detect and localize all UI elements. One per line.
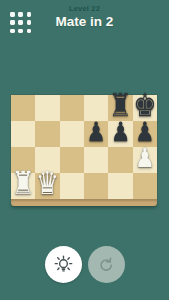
lightbulb-icon xyxy=(53,254,74,275)
square-a3[interactable] xyxy=(11,121,35,147)
square-e4[interactable]: ♜ xyxy=(108,95,132,121)
undo-button[interactable] xyxy=(88,246,125,283)
square-d3[interactable]: ♟ xyxy=(84,121,108,147)
square-a4[interactable] xyxy=(11,95,35,121)
square-b4[interactable] xyxy=(35,95,59,121)
square-c1[interactable] xyxy=(60,173,84,199)
black-pawn[interactable]: ♟ xyxy=(84,121,108,147)
header-titles: Level 22 Mate in 2 xyxy=(0,4,169,29)
level-label: Level 22 xyxy=(0,4,169,13)
square-f1[interactable] xyxy=(133,173,157,199)
white-queen[interactable]: ♛ xyxy=(35,173,59,199)
square-b1[interactable]: ♛ xyxy=(35,173,59,199)
square-b3[interactable] xyxy=(35,121,59,147)
square-d1[interactable] xyxy=(84,173,108,199)
undo-arrow-icon xyxy=(96,255,116,275)
black-pawn[interactable]: ♟ xyxy=(133,121,157,147)
grid-dot-icon xyxy=(18,29,23,34)
chess-board[interactable]: ♜♚♟♟♟♟♜♛ xyxy=(11,95,157,199)
white-rook[interactable]: ♜ xyxy=(11,173,35,199)
controls xyxy=(0,246,169,283)
square-c2[interactable] xyxy=(60,147,84,173)
square-f4[interactable]: ♚ xyxy=(133,95,157,121)
square-f3[interactable]: ♟ xyxy=(133,121,157,147)
square-e2[interactable] xyxy=(108,147,132,173)
black-king[interactable]: ♚ xyxy=(133,95,157,121)
puzzle-title: Mate in 2 xyxy=(0,14,169,29)
square-f2[interactable]: ♟ xyxy=(133,147,157,173)
square-d4[interactable] xyxy=(84,95,108,121)
board-edge xyxy=(11,199,157,206)
app-root: { "header": { "level_label": "Level 22",… xyxy=(0,0,169,300)
square-e1[interactable] xyxy=(108,173,132,199)
white-pawn[interactable]: ♟ xyxy=(133,147,157,173)
header: Level 22 Mate in 2 xyxy=(0,0,169,44)
black-pawn[interactable]: ♟ xyxy=(108,121,132,147)
square-e3[interactable]: ♟ xyxy=(108,121,132,147)
square-a1[interactable]: ♜ xyxy=(11,173,35,199)
square-b2[interactable] xyxy=(35,147,59,173)
hint-button[interactable] xyxy=(45,246,82,283)
black-rook[interactable]: ♜ xyxy=(108,95,132,121)
square-c4[interactable] xyxy=(60,95,84,121)
grid-dot-icon xyxy=(10,29,15,34)
square-c3[interactable] xyxy=(60,121,84,147)
grid-dot-icon xyxy=(27,29,32,34)
square-a2[interactable] xyxy=(11,147,35,173)
square-d2[interactable] xyxy=(84,147,108,173)
board-wrap: ♜♚♟♟♟♟♜♛ xyxy=(11,95,157,206)
